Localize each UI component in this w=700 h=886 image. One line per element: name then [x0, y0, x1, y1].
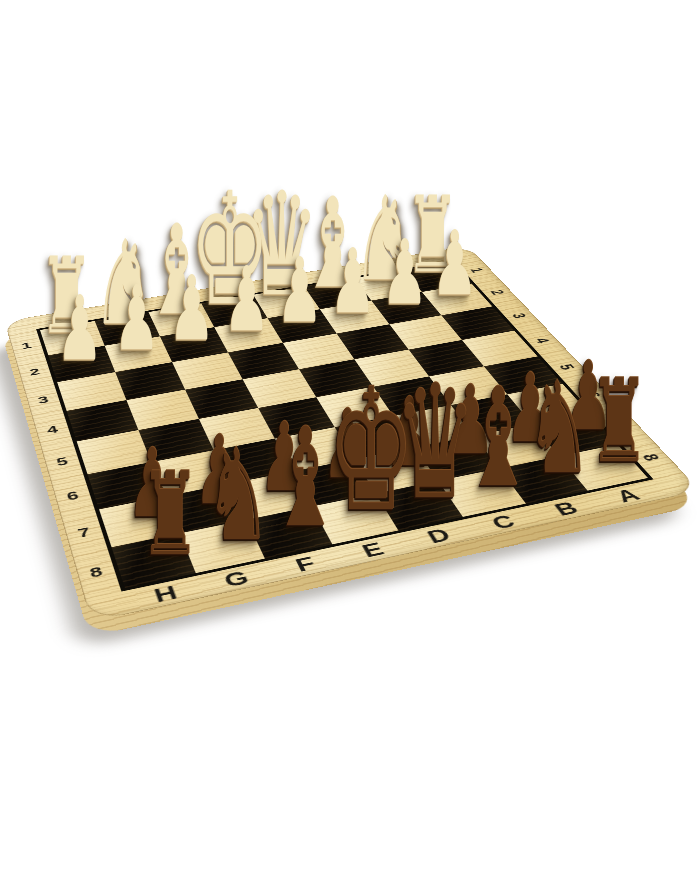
piece-black-rook[interactable]: ♜: [590, 364, 650, 479]
piece-white-pawn[interactable]: ♟: [330, 237, 376, 326]
piece-white-pawn[interactable]: ♟: [381, 228, 427, 317]
piece-white-pawn[interactable]: ♟: [169, 264, 215, 353]
piece-white-pawn[interactable]: ♟: [57, 283, 103, 372]
chess-set-photo: HGFEDCBA1234567812345678 ♜♞♝♛♚♝♞♜♟♟♟♟♟♟♟…: [0, 0, 700, 886]
pieces-layer: ♜♞♝♛♚♝♞♜♟♟♟♟♟♟♟♟♟♟♟♟♟♟♟♟♜♞♝♛♚♝♞♜: [0, 0, 700, 886]
piece-black-knight[interactable]: ♞: [205, 431, 271, 558]
piece-white-pawn[interactable]: ♟: [113, 274, 159, 363]
piece-white-pawn[interactable]: ♟: [432, 219, 478, 308]
piece-black-knight[interactable]: ♞: [526, 365, 592, 492]
piece-black-rook[interactable]: ♜: [140, 456, 200, 571]
piece-white-pawn[interactable]: ♟: [277, 246, 323, 335]
piece-white-pawn[interactable]: ♟: [224, 255, 270, 344]
piece-black-bishop[interactable]: ♝: [270, 410, 341, 546]
